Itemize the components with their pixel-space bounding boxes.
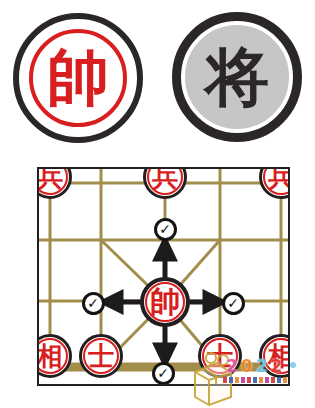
watermark-digit: 2 (226, 358, 238, 375)
showcase-red-general-piece: 帥 (13, 13, 143, 143)
move-target-check-left[interactable]: ✓ (82, 292, 105, 315)
piece-glyph: 帥 (150, 287, 180, 317)
move-target-check-up[interactable]: ✓ (154, 218, 177, 241)
showcase-black-general-piece: 将 (172, 12, 302, 142)
red-general-glyph: 帥 (47, 47, 109, 109)
watermark-small-text (223, 377, 289, 383)
watermark-year: 2022 (226, 358, 282, 375)
watermark-dot (290, 362, 296, 368)
board-piece-general[interactable]: 帥 (140, 277, 190, 327)
watermark-digit: 0 (241, 358, 253, 375)
move-target-check-down[interactable]: ✓ (152, 362, 175, 385)
black-general-glyph: 将 (205, 45, 269, 109)
watermark: 2022 (190, 350, 315, 408)
watermark-digit: 2 (271, 358, 283, 375)
move-target-check-right[interactable]: ✓ (222, 292, 245, 315)
illustration: 帥 将 兵兵兵相士士相 (0, 0, 315, 408)
watermark-digit: 2 (256, 358, 268, 375)
